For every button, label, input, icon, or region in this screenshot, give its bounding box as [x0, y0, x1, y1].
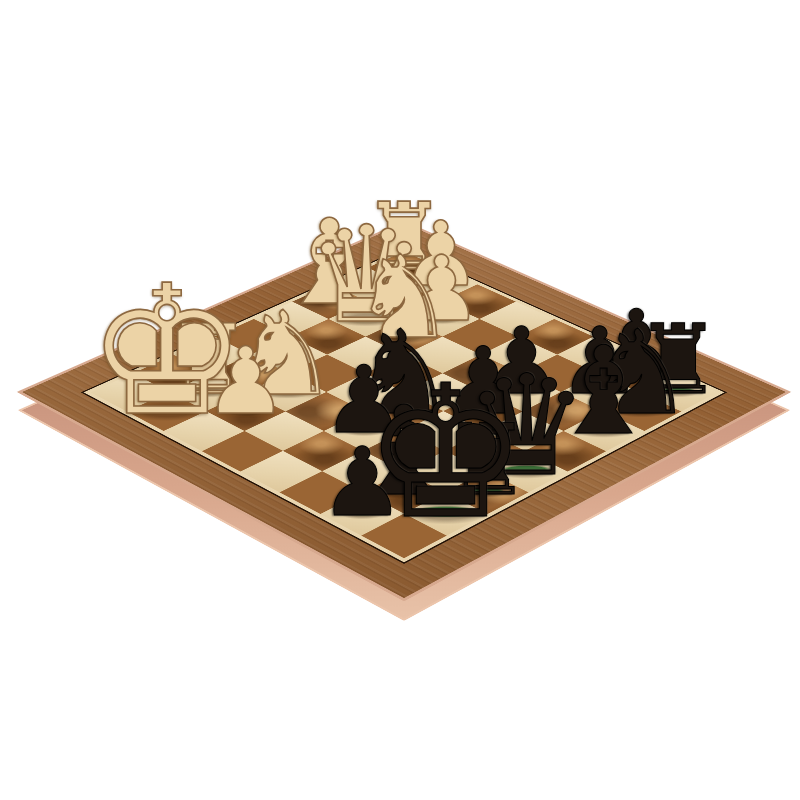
board-square-a7[interactable] — [127, 392, 206, 431]
board-square-d2[interactable] — [444, 431, 525, 472]
board-square-b1[interactable] — [404, 492, 487, 535]
board-square-a6[interactable] — [164, 411, 244, 451]
board-square-c4[interactable] — [324, 411, 404, 451]
board-square-a3[interactable] — [280, 471, 362, 513]
board-square-c2[interactable] — [404, 451, 486, 492]
board-square-e3[interactable] — [444, 392, 523, 431]
board-square-e1[interactable] — [525, 431, 606, 472]
board-square-f1[interactable] — [564, 411, 644, 451]
board-square-c1[interactable] — [445, 471, 527, 513]
board-square-e2[interactable] — [484, 411, 564, 451]
board-square-b4[interactable] — [283, 431, 364, 472]
board-square-a4[interactable] — [241, 451, 323, 492]
board-grid — [81, 247, 727, 564]
board-frame — [17, 221, 792, 602]
board-square-d1[interactable] — [486, 451, 568, 492]
board-square-f2[interactable] — [523, 392, 602, 431]
board-square-a1[interactable] — [362, 514, 446, 558]
board-square-b2[interactable] — [363, 471, 445, 513]
board-square-a5[interactable] — [202, 431, 283, 472]
board-square-d4[interactable] — [364, 392, 443, 431]
board-square-b5[interactable] — [244, 411, 324, 451]
board-square-d3[interactable] — [404, 411, 484, 451]
board-square-g1[interactable] — [602, 392, 681, 431]
board-square-b3[interactable] — [322, 451, 404, 492]
board-square-a2[interactable] — [321, 492, 404, 535]
board-square-c5[interactable] — [285, 392, 364, 431]
board-square-c3[interactable] — [364, 431, 445, 472]
product-photo-stage: ♜♝♚♜♛♟♟♞♞♟♟♞♟♟♟♝♟♟♚♜♛♝♞♜ — [0, 0, 800, 800]
chess-board — [17, 221, 792, 602]
board-square-b6[interactable] — [206, 392, 285, 431]
